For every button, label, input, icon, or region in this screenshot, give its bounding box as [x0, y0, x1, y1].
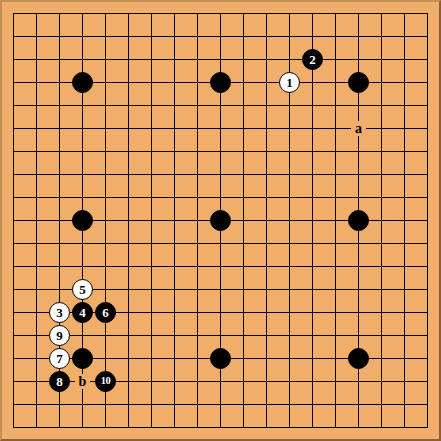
point-P10 [324, 209, 347, 232]
point-K5 [209, 324, 232, 347]
point-M10 [255, 209, 278, 232]
point-A12 [2, 163, 25, 186]
point-S7 [393, 278, 416, 301]
point-G10 [140, 209, 163, 232]
point-L6 [232, 301, 255, 324]
point-C7 [48, 278, 71, 301]
point-O7 [301, 278, 324, 301]
point-A10 [2, 209, 25, 232]
point-E10 [94, 209, 117, 232]
point-F13 [117, 140, 140, 163]
point-C6: 3 [48, 301, 71, 324]
point-H19 [163, 2, 186, 25]
point-M17 [255, 48, 278, 71]
point-K3 [209, 370, 232, 393]
point-N14 [278, 117, 301, 140]
point-A11 [2, 186, 25, 209]
point-B16 [25, 71, 48, 94]
point-P11 [324, 186, 347, 209]
point-J14 [186, 117, 209, 140]
point-T5 [416, 324, 439, 347]
point-M6 [255, 301, 278, 324]
point-B11 [25, 186, 48, 209]
point-D15 [71, 94, 94, 117]
point-N11 [278, 186, 301, 209]
point-C3: 8 [48, 370, 71, 393]
point-R11 [370, 186, 393, 209]
point-O10 [301, 209, 324, 232]
point-D2 [71, 393, 94, 416]
black-stone-K16 [210, 72, 231, 93]
point-F6 [117, 301, 140, 324]
point-R6 [370, 301, 393, 324]
move-2-black-stone: 2 [302, 49, 323, 70]
point-T12 [416, 163, 439, 186]
point-T9 [416, 232, 439, 255]
point-T13 [416, 140, 439, 163]
point-Q17 [347, 48, 370, 71]
point-Q10 [347, 209, 370, 232]
point-C18 [48, 25, 71, 48]
point-L7 [232, 278, 255, 301]
point-F18 [117, 25, 140, 48]
point-O2 [301, 393, 324, 416]
point-S8 [393, 255, 416, 278]
point-C11 [48, 186, 71, 209]
point-T1 [416, 416, 439, 439]
point-T15 [416, 94, 439, 117]
point-D3: b [71, 370, 94, 393]
point-F12 [117, 163, 140, 186]
point-N10 [278, 209, 301, 232]
move-6-black-stone: 6 [95, 302, 116, 323]
point-Q7 [347, 278, 370, 301]
point-P16 [324, 71, 347, 94]
point-L13 [232, 140, 255, 163]
point-T14 [416, 117, 439, 140]
point-L11 [232, 186, 255, 209]
point-H12 [163, 163, 186, 186]
point-E1 [94, 416, 117, 439]
point-J11 [186, 186, 209, 209]
point-Q2 [347, 393, 370, 416]
point-A18 [2, 25, 25, 48]
point-F10 [117, 209, 140, 232]
point-G2 [140, 393, 163, 416]
point-S11 [393, 186, 416, 209]
point-Q11 [347, 186, 370, 209]
point-L12 [232, 163, 255, 186]
point-E14 [94, 117, 117, 140]
point-J19 [186, 2, 209, 25]
point-N7 [278, 278, 301, 301]
point-L9 [232, 232, 255, 255]
point-R19 [370, 2, 393, 25]
point-B17 [25, 48, 48, 71]
point-G12 [140, 163, 163, 186]
move-7-white-stone: 7 [49, 348, 70, 369]
point-E9 [94, 232, 117, 255]
point-H16 [163, 71, 186, 94]
black-stone-Q16 [348, 72, 369, 93]
move-4-black-stone: 4 [72, 302, 93, 323]
point-B1 [25, 416, 48, 439]
point-C12 [48, 163, 71, 186]
point-A13 [2, 140, 25, 163]
point-B15 [25, 94, 48, 117]
point-O15 [301, 94, 324, 117]
move-10-black-stone: 10 [95, 371, 116, 392]
point-J5 [186, 324, 209, 347]
point-C4: 7 [48, 347, 71, 370]
point-R2 [370, 393, 393, 416]
point-E17 [94, 48, 117, 71]
point-M1 [255, 416, 278, 439]
point-D14 [71, 117, 94, 140]
point-H17 [163, 48, 186, 71]
point-S16 [393, 71, 416, 94]
point-Q19 [347, 2, 370, 25]
point-O16 [301, 71, 324, 94]
move-5-white-stone: 5 [72, 279, 93, 300]
point-E5 [94, 324, 117, 347]
move-1-white-stone: 1 [279, 72, 300, 93]
point-T4 [416, 347, 439, 370]
point-E2 [94, 393, 117, 416]
point-H18 [163, 25, 186, 48]
point-D16 [71, 71, 94, 94]
point-A6 [2, 301, 25, 324]
point-O6 [301, 301, 324, 324]
point-O1 [301, 416, 324, 439]
point-D4 [71, 347, 94, 370]
point-Q18 [347, 25, 370, 48]
point-H7 [163, 278, 186, 301]
point-J8 [186, 255, 209, 278]
point-F16 [117, 71, 140, 94]
point-R12 [370, 163, 393, 186]
point-M5 [255, 324, 278, 347]
point-L19 [232, 2, 255, 25]
point-S19 [393, 2, 416, 25]
point-N19 [278, 2, 301, 25]
point-M12 [255, 163, 278, 186]
point-K7 [209, 278, 232, 301]
point-H8 [163, 255, 186, 278]
point-N18 [278, 25, 301, 48]
point-O12 [301, 163, 324, 186]
point-R14 [370, 117, 393, 140]
point-H6 [163, 301, 186, 324]
point-L2 [232, 393, 255, 416]
point-O5 [301, 324, 324, 347]
point-D5 [71, 324, 94, 347]
point-H1 [163, 416, 186, 439]
point-J16 [186, 71, 209, 94]
point-T11 [416, 186, 439, 209]
point-Q8 [347, 255, 370, 278]
point-A19 [2, 2, 25, 25]
point-E15 [94, 94, 117, 117]
point-E18 [94, 25, 117, 48]
point-M16 [255, 71, 278, 94]
point-H3 [163, 370, 186, 393]
point-G16 [140, 71, 163, 94]
black-stone-K10 [210, 210, 231, 231]
point-A14 [2, 117, 25, 140]
point-M3 [255, 370, 278, 393]
point-J3 [186, 370, 209, 393]
point-F19 [117, 2, 140, 25]
point-K9 [209, 232, 232, 255]
point-K15 [209, 94, 232, 117]
point-G14 [140, 117, 163, 140]
point-T8 [416, 255, 439, 278]
point-J7 [186, 278, 209, 301]
point-B5 [25, 324, 48, 347]
point-G7 [140, 278, 163, 301]
point-M8 [255, 255, 278, 278]
point-A17 [2, 48, 25, 71]
point-C17 [48, 48, 71, 71]
point-L8 [232, 255, 255, 278]
point-P7 [324, 278, 347, 301]
black-stone-D10 [72, 210, 93, 231]
point-B10 [25, 209, 48, 232]
point-O18 [301, 25, 324, 48]
point-H9 [163, 232, 186, 255]
point-J6 [186, 301, 209, 324]
point-O17: 2 [301, 48, 324, 71]
point-R18 [370, 25, 393, 48]
point-Q1 [347, 416, 370, 439]
point-J12 [186, 163, 209, 186]
black-stone-D16 [72, 72, 93, 93]
point-H2 [163, 393, 186, 416]
point-G5 [140, 324, 163, 347]
point-P8 [324, 255, 347, 278]
point-M13 [255, 140, 278, 163]
point-D13 [71, 140, 94, 163]
point-F9 [117, 232, 140, 255]
point-N17 [278, 48, 301, 71]
point-K6 [209, 301, 232, 324]
point-O13 [301, 140, 324, 163]
point-S2 [393, 393, 416, 416]
point-A15 [2, 94, 25, 117]
point-N1 [278, 416, 301, 439]
point-N4 [278, 347, 301, 370]
point-P4 [324, 347, 347, 370]
point-P14 [324, 117, 347, 140]
point-Q6 [347, 301, 370, 324]
point-M14 [255, 117, 278, 140]
point-K14 [209, 117, 232, 140]
point-J15 [186, 94, 209, 117]
point-R9 [370, 232, 393, 255]
black-stone-D4 [72, 348, 93, 369]
point-B3 [25, 370, 48, 393]
point-B19 [25, 2, 48, 25]
point-P15 [324, 94, 347, 117]
point-L15 [232, 94, 255, 117]
point-P9 [324, 232, 347, 255]
point-H5 [163, 324, 186, 347]
point-N2 [278, 393, 301, 416]
point-D10 [71, 209, 94, 232]
point-R1 [370, 416, 393, 439]
point-N6 [278, 301, 301, 324]
point-R16 [370, 71, 393, 94]
point-S4 [393, 347, 416, 370]
point-F15 [117, 94, 140, 117]
point-E8 [94, 255, 117, 278]
point-D17 [71, 48, 94, 71]
point-K11 [209, 186, 232, 209]
point-A3 [2, 370, 25, 393]
point-H13 [163, 140, 186, 163]
point-O4 [301, 347, 324, 370]
point-T2 [416, 393, 439, 416]
point-R15 [370, 94, 393, 117]
point-D11 [71, 186, 94, 209]
point-G4 [140, 347, 163, 370]
point-L5 [232, 324, 255, 347]
point-S1 [393, 416, 416, 439]
point-Q4 [347, 347, 370, 370]
point-B2 [25, 393, 48, 416]
point-P6 [324, 301, 347, 324]
point-E11 [94, 186, 117, 209]
point-H4 [163, 347, 186, 370]
point-G15 [140, 94, 163, 117]
point-A4 [2, 347, 25, 370]
point-F8 [117, 255, 140, 278]
point-N3 [278, 370, 301, 393]
point-J2 [186, 393, 209, 416]
point-P12 [324, 163, 347, 186]
point-Q3 [347, 370, 370, 393]
point-J13 [186, 140, 209, 163]
point-T17 [416, 48, 439, 71]
point-H15 [163, 94, 186, 117]
point-J17 [186, 48, 209, 71]
point-B12 [25, 163, 48, 186]
point-N15 [278, 94, 301, 117]
point-F11 [117, 186, 140, 209]
point-S9 [393, 232, 416, 255]
point-M15 [255, 94, 278, 117]
point-M2 [255, 393, 278, 416]
point-Q14: a [347, 117, 370, 140]
point-K8 [209, 255, 232, 278]
point-N12 [278, 163, 301, 186]
go-board-grid: 21a5346978b10 [2, 2, 439, 439]
point-T6 [416, 301, 439, 324]
point-P5 [324, 324, 347, 347]
black-stone-K4 [210, 348, 231, 369]
move-9-white-stone: 9 [49, 325, 70, 346]
point-L18 [232, 25, 255, 48]
point-D1 [71, 416, 94, 439]
black-stone-Q4 [348, 348, 369, 369]
point-G3 [140, 370, 163, 393]
point-G8 [140, 255, 163, 278]
point-G6 [140, 301, 163, 324]
point-C5: 9 [48, 324, 71, 347]
point-Q15 [347, 94, 370, 117]
point-P2 [324, 393, 347, 416]
point-E6: 6 [94, 301, 117, 324]
point-R7 [370, 278, 393, 301]
point-K17 [209, 48, 232, 71]
point-K12 [209, 163, 232, 186]
point-K18 [209, 25, 232, 48]
point-N8 [278, 255, 301, 278]
point-T19 [416, 2, 439, 25]
point-M18 [255, 25, 278, 48]
point-B8 [25, 255, 48, 278]
point-O8 [301, 255, 324, 278]
point-C15 [48, 94, 71, 117]
point-J4 [186, 347, 209, 370]
point-N16: 1 [278, 71, 301, 94]
point-A5 [2, 324, 25, 347]
point-C8 [48, 255, 71, 278]
point-label-b: b [75, 374, 90, 389]
point-N13 [278, 140, 301, 163]
point-H11 [163, 186, 186, 209]
point-M4 [255, 347, 278, 370]
point-R8 [370, 255, 393, 278]
point-L1 [232, 416, 255, 439]
black-stone-Q10 [348, 210, 369, 231]
point-E4 [94, 347, 117, 370]
point-B13 [25, 140, 48, 163]
point-F14 [117, 117, 140, 140]
point-T18 [416, 25, 439, 48]
point-P18 [324, 25, 347, 48]
point-S17 [393, 48, 416, 71]
point-P19 [324, 2, 347, 25]
point-C1 [48, 416, 71, 439]
point-L16 [232, 71, 255, 94]
point-C13 [48, 140, 71, 163]
point-F5 [117, 324, 140, 347]
point-T3 [416, 370, 439, 393]
point-D8 [71, 255, 94, 278]
point-B18 [25, 25, 48, 48]
point-E3: 10 [94, 370, 117, 393]
point-D12 [71, 163, 94, 186]
point-Q5 [347, 324, 370, 347]
point-K16 [209, 71, 232, 94]
point-R4 [370, 347, 393, 370]
point-K19 [209, 2, 232, 25]
point-D6: 4 [71, 301, 94, 324]
point-J9 [186, 232, 209, 255]
point-S5 [393, 324, 416, 347]
point-R3 [370, 370, 393, 393]
move-3-white-stone: 3 [49, 302, 70, 323]
point-T10 [416, 209, 439, 232]
point-H14 [163, 117, 186, 140]
point-D9 [71, 232, 94, 255]
point-K10 [209, 209, 232, 232]
point-F3 [117, 370, 140, 393]
point-T16 [416, 71, 439, 94]
point-J18 [186, 25, 209, 48]
